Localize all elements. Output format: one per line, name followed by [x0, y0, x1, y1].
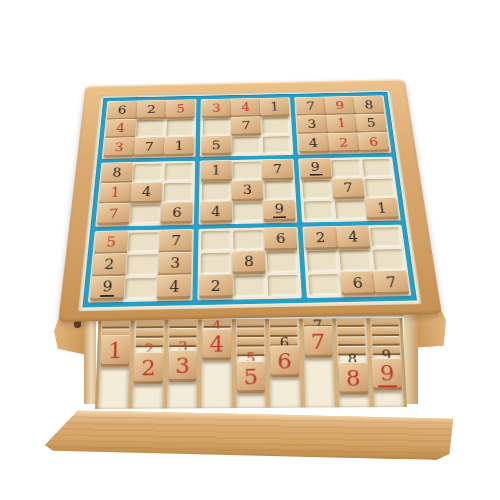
board-tile-6-r6c3[interactable]: 6	[161, 201, 193, 224]
cell-r4c6[interactable]: 7	[263, 161, 292, 179]
cell-r1c3[interactable]: 5	[167, 101, 194, 117]
tile-numeral: 7	[311, 331, 326, 353]
cell-r4c4[interactable]: 1	[202, 162, 230, 180]
stacked-tile-edge	[237, 338, 265, 347]
cell-r2c7[interactable]: 3	[298, 117, 326, 134]
cell-r6c8[interactable]	[335, 200, 366, 219]
cell-r4c1[interactable]: 8	[102, 164, 131, 182]
cell-r8c8[interactable]	[339, 250, 371, 271]
tile-numeral: 2	[339, 137, 349, 149]
cell-r1c4[interactable]: 3	[203, 101, 230, 117]
board-tile-3-r1c4[interactable]: 3	[202, 99, 231, 118]
cell-r4c2[interactable]	[133, 164, 162, 182]
tile-numeral: 6	[276, 232, 286, 246]
cell-r7c5[interactable]	[233, 230, 263, 250]
cell-r3c4[interactable]: 5	[202, 137, 230, 155]
cell-r9c6[interactable]	[267, 275, 299, 297]
tile-numeral: 6	[277, 350, 292, 372]
cell-r4c7[interactable]: 9	[301, 160, 330, 178]
drawer-front-panel[interactable]	[45, 410, 454, 460]
cell-r1c6[interactable]: 1	[261, 99, 288, 115]
sudoku-box-2: 34175	[200, 97, 294, 157]
cell-r8c7[interactable]	[307, 251, 339, 272]
drawer-slot-2: 22	[132, 320, 164, 409]
tile-numeral: 8	[244, 255, 254, 269]
stacked-tile-edge	[338, 337, 366, 346]
drawer-tray: 12233445566778899	[95, 318, 407, 409]
board-tile-6-r1c1[interactable]: 6	[107, 101, 137, 120]
tile-numeral: 3	[212, 103, 221, 114]
board-tile-7-r1c7[interactable]: 7	[296, 97, 326, 116]
cell-r6c3[interactable]: 6	[162, 204, 192, 223]
tile-numeral: 9	[335, 100, 345, 111]
tile-numeral: 5	[212, 139, 221, 151]
drawer-slot-9: 99	[370, 318, 404, 407]
board-tile-7-r4c6[interactable]: 7	[262, 159, 293, 180]
board-tile-3-r3c1[interactable]: 3	[103, 137, 134, 158]
drawer-tile-5[interactable]: 5	[237, 361, 266, 393]
tile-numeral: 7	[343, 182, 354, 195]
stacked-tile-edge	[102, 320, 130, 329]
board-tile-1-r4c4[interactable]: 1	[201, 160, 231, 181]
cell-r1c9[interactable]: 8	[355, 97, 384, 113]
cell-r3c9[interactable]: 6	[359, 134, 389, 151]
sudoku-box-8: 682	[197, 227, 302, 301]
tile-numeral: 7	[241, 120, 250, 131]
cell-r5c9[interactable]	[364, 179, 395, 198]
tile-numeral: 1	[376, 202, 387, 215]
tile-numeral: 3	[114, 141, 124, 153]
cell-r1c7[interactable]: 7	[297, 99, 325, 115]
sudoku-box-9: 2467	[302, 225, 411, 299]
board-tile-2-r7c7[interactable]: 2	[304, 226, 338, 250]
tile-numeral: 2	[147, 104, 156, 115]
stacked-tile-edge	[237, 319, 264, 328]
tile-numeral: 9	[100, 280, 115, 297]
drawer-slot-8: 88	[336, 318, 369, 407]
board-tile-2-r9c4[interactable]: 2	[199, 273, 232, 299]
drawer-slot-1: 1	[98, 320, 131, 409]
tile-numeral: 4	[141, 186, 151, 199]
cell-r4c3[interactable]	[164, 163, 193, 181]
tile-numeral: 1	[110, 187, 120, 200]
cell-r6c6[interactable]: 9	[265, 201, 295, 220]
stacked-tile-edge	[337, 318, 365, 327]
tile-numeral: 4	[241, 102, 250, 113]
sudoku-box-7: 572394	[88, 229, 194, 303]
tile-numeral: 4	[348, 230, 359, 244]
cell-r4c9[interactable]	[362, 159, 392, 177]
board-tile-6-r3c9[interactable]: 6	[358, 132, 390, 153]
drawer-tile-9[interactable]: 9	[372, 358, 402, 390]
board-tile-4-r6c4[interactable]: 4	[200, 201, 232, 224]
cell-r2c6[interactable]	[262, 117, 290, 134]
cell-r7c9[interactable]	[370, 227, 402, 247]
cell-r5c6[interactable]	[264, 181, 293, 200]
cell-r6c9[interactable]: 1	[366, 199, 397, 218]
sudoku-board: 6254371341757983154268147617349971572394…	[58, 79, 442, 322]
cell-r1c5[interactable]: 4	[232, 100, 259, 116]
cell-r3c6[interactable]	[262, 136, 290, 154]
cell-r2c5[interactable]: 7	[232, 118, 259, 135]
cell-r7c3[interactable]: 7	[161, 232, 191, 252]
tile-numeral: 9	[273, 203, 287, 219]
stacked-tile-edge	[372, 337, 400, 346]
tile-numeral: 4	[209, 333, 223, 355]
tile-numeral: 6	[117, 105, 127, 116]
cell-r4c8[interactable]	[331, 160, 361, 178]
board-tile-1-r3c3[interactable]: 1	[164, 136, 194, 157]
sudoku-box-4: 81476	[95, 161, 195, 227]
drawer-tile-2[interactable]: 2	[134, 352, 163, 384]
board-tile-7-r7c3[interactable]: 7	[160, 229, 193, 253]
tile-numeral: 4	[211, 205, 220, 218]
sudoku-box-1: 6254371	[102, 99, 197, 159]
cell-r5c5[interactable]: 3	[233, 182, 262, 201]
board-tile-2-r1c2[interactable]: 2	[136, 100, 166, 119]
board-tile-7-r6c1[interactable]: 7	[97, 203, 130, 226]
board-tile-4-r3c7[interactable]: 4	[298, 133, 329, 154]
cell-r7c8[interactable]: 4	[337, 228, 369, 248]
stacked-tile-edge	[371, 327, 399, 336]
cell-r3c3[interactable]: 1	[165, 138, 193, 156]
tile-numeral: 4	[169, 280, 179, 295]
cell-r9c8[interactable]: 6	[342, 273, 375, 295]
tile-numeral: 5	[366, 118, 376, 129]
cell-r7c2[interactable]	[128, 232, 159, 252]
drawer-slot-3: 33	[167, 319, 198, 408]
tile-numeral: 9	[309, 161, 323, 176]
tile-numeral: 3	[170, 257, 180, 271]
cell-r9c9[interactable]: 7	[375, 272, 408, 294]
drawer-tile-7[interactable]: 7	[304, 326, 333, 358]
cell-r9c5[interactable]	[234, 275, 265, 297]
board-tile-8-r8c5[interactable]: 8	[232, 250, 265, 275]
cell-r5c8[interactable]: 7	[333, 179, 363, 198]
board-tile-9-r1c8[interactable]: 9	[325, 96, 356, 115]
board-tile-2-r8c1[interactable]: 2	[92, 253, 126, 278]
cell-r3c5[interactable]	[233, 137, 261, 155]
cell-r5c1[interactable]: 1	[100, 184, 130, 203]
cell-r2c2[interactable]	[136, 120, 164, 137]
tile-numeral: 8	[346, 367, 361, 390]
cell-r6c7[interactable]	[304, 201, 334, 220]
cell-r7c4[interactable]	[201, 231, 231, 251]
cell-r9c7[interactable]	[308, 274, 340, 296]
board-tile-2-r3c8[interactable]: 2	[328, 132, 360, 153]
cell-r1c1[interactable]: 6	[108, 103, 136, 120]
stacked-tile-edge	[169, 319, 196, 328]
tile-numeral: 1	[270, 102, 279, 113]
tile-numeral: 6	[352, 276, 363, 291]
tile-numeral: 4	[116, 123, 126, 134]
board-tile-5-r7c1[interactable]: 5	[94, 231, 128, 255]
cell-r4c5[interactable]	[233, 162, 261, 180]
board-tile-7-r2c5[interactable]: 7	[231, 116, 261, 136]
tile-stack	[337, 318, 366, 356]
board-tile-9-r6c6[interactable]: 9	[263, 199, 295, 222]
tile-numeral: 6	[172, 206, 182, 219]
board-tile-1-r1c6[interactable]: 1	[260, 97, 290, 116]
tile-numeral: 7	[306, 101, 315, 112]
board-tile-4-r1c5[interactable]: 4	[231, 98, 260, 117]
board-tile-4-r2c1[interactable]: 4	[105, 119, 136, 139]
cell-r5c7[interactable]	[302, 180, 332, 199]
sudoku-product-photo: 12233445566778899 6254371341757983154268…	[0, 0, 500, 500]
board-tile-1-r2c8[interactable]: 1	[326, 114, 357, 134]
tile-numeral: 2	[141, 357, 156, 379]
tile-numeral: 5	[243, 366, 258, 389]
tile-numeral: 5	[176, 104, 185, 115]
sudoku-box-6: 971	[298, 157, 401, 223]
drawer-tile-1[interactable]: 1	[100, 335, 129, 367]
sudoku-box-5: 17349	[199, 159, 298, 225]
tile-numeral: 7	[144, 141, 154, 153]
cell-r3c7[interactable]: 4	[299, 135, 328, 152]
cell-r8c2[interactable]	[127, 254, 158, 275]
tile-numeral: 3	[175, 355, 190, 377]
cell-r7c6[interactable]: 6	[266, 229, 296, 249]
board-tile-4-r9c3[interactable]: 4	[157, 274, 191, 300]
drawer-front-top-edge	[78, 410, 453, 422]
tile-numeral: 2	[211, 279, 221, 294]
board-tile-9-r9c1[interactable]: 9	[90, 276, 125, 302]
board-tile-6-r7c6[interactable]: 6	[264, 227, 297, 251]
tile-numeral: 6	[368, 136, 378, 148]
stacked-tile-edge	[338, 328, 366, 337]
board-tile-5-r1c3[interactable]: 5	[166, 99, 195, 118]
board-surface: 6254371341757983154268147617349971572394…	[78, 89, 421, 311]
board-tile-8-r1c9[interactable]: 8	[354, 96, 385, 115]
tile-numeral: 1	[175, 140, 184, 152]
drawer-slot-5: 55	[236, 319, 267, 408]
cell-r8c6[interactable]	[266, 252, 297, 273]
tile-numeral: 1	[337, 118, 347, 129]
tile-numeral: 7	[171, 234, 181, 248]
cell-r1c2[interactable]: 2	[137, 102, 165, 118]
tile-numeral: 1	[108, 340, 123, 362]
cell-r3c8[interactable]: 2	[329, 134, 358, 151]
cell-r2c8[interactable]: 1	[327, 116, 356, 133]
cell-r8c3[interactable]: 3	[160, 254, 191, 275]
sudoku-box-3: 798315426	[294, 95, 391, 155]
tile-numeral: 7	[385, 275, 397, 290]
cell-r9c2[interactable]	[125, 277, 157, 299]
board-tile-7-r3c2[interactable]: 7	[134, 137, 165, 158]
cell-r8c1[interactable]: 2	[93, 255, 125, 276]
stacked-tile-edge	[237, 328, 264, 337]
board-tile-7-r9c9[interactable]: 7	[373, 270, 409, 295]
cell-r2c9[interactable]: 5	[357, 115, 386, 132]
tile-numeral: 5	[106, 236, 117, 250]
board-tile-5-r3c4[interactable]: 5	[201, 135, 231, 156]
tile-numeral: 1	[212, 165, 221, 177]
tile-numeral: 8	[364, 100, 374, 111]
tile-numeral: 4	[309, 137, 319, 149]
board-tile-4-r7c8[interactable]: 4	[336, 225, 370, 249]
board-tile-5-r2c9[interactable]: 5	[356, 113, 388, 133]
cell-r2c3[interactable]	[166, 119, 194, 136]
wooden-frame: 6254371341757983154268147617349971572394…	[58, 79, 442, 322]
board-tile-8-r4c1[interactable]: 8	[101, 162, 133, 183]
cell-r6c2[interactable]	[130, 204, 160, 223]
drawer-left-rail	[84, 314, 96, 404]
board-tile-6-r9c8[interactable]: 6	[340, 270, 376, 295]
board-tile-1-r6c9[interactable]: 1	[365, 197, 399, 220]
stacked-tile-edge	[169, 329, 197, 338]
tile-numeral: 7	[108, 207, 118, 220]
stacked-tile-edge	[371, 318, 399, 327]
cell-r6c1[interactable]: 7	[98, 205, 129, 224]
cell-r6c5[interactable]	[233, 202, 262, 221]
stacked-tile-edge	[136, 329, 164, 338]
board-tile-1-r5c1[interactable]: 1	[99, 182, 132, 204]
cell-r3c2[interactable]: 7	[135, 139, 163, 157]
cell-r5c3[interactable]	[163, 183, 192, 202]
tile-numeral: 7	[273, 163, 283, 175]
drawer-tile-8[interactable]: 8	[339, 362, 369, 394]
cell-r5c2[interactable]: 4	[132, 184, 162, 203]
board-tile-3-r5c5[interactable]: 3	[232, 179, 263, 201]
drawer-tile-4[interactable]: 4	[203, 329, 231, 361]
cell-r7c7[interactable]: 2	[305, 228, 336, 248]
tile-numeral: 2	[104, 258, 115, 272]
drawer-tile-6[interactable]: 6	[270, 345, 299, 377]
cell-r2c4[interactable]	[203, 119, 230, 136]
board-tile-3-r8c3[interactable]: 3	[158, 251, 191, 276]
drawer-slot-4: 44	[201, 319, 231, 408]
cell-r8c9[interactable]	[372, 249, 405, 270]
sudoku-grid: 6254371341757983154268147617349971572394…	[82, 92, 417, 308]
cell-r1c8[interactable]: 9	[326, 98, 354, 114]
cell-r8c4[interactable]	[201, 253, 231, 274]
stacked-tile-edge	[136, 320, 164, 329]
tile-numeral: 2	[315, 231, 326, 245]
cell-r8c5[interactable]: 8	[234, 252, 265, 273]
drawer-slot-6: 66	[269, 319, 301, 408]
tile-numeral: 3	[243, 184, 253, 197]
cell-r7c1[interactable]: 5	[95, 233, 126, 253]
cell-r3c1[interactable]: 3	[105, 139, 134, 157]
board-tile-9-r4c7[interactable]: 9	[300, 158, 332, 179]
board-tile-4-r5c2[interactable]: 4	[130, 181, 162, 203]
tile-numeral: 9	[377, 361, 397, 386]
drawer-tile-3[interactable]: 3	[168, 350, 197, 382]
cell-r9c4[interactable]: 2	[200, 276, 231, 298]
tile-numeral: 3	[307, 119, 317, 130]
cell-r5c4[interactable]	[202, 182, 231, 201]
cell-r9c1[interactable]: 9	[91, 278, 123, 300]
tile-numeral: 8	[112, 167, 122, 179]
cell-r9c3[interactable]: 4	[159, 277, 190, 299]
cell-r6c4[interactable]: 4	[201, 203, 230, 222]
cell-r2c1[interactable]: 4	[106, 121, 134, 138]
board-tile-3-r2c7[interactable]: 3	[297, 115, 328, 135]
drawer-slot-7: 77	[303, 318, 335, 407]
board-tile-7-r5c8[interactable]: 7	[332, 177, 365, 199]
stacked-tile-edge	[270, 319, 297, 328]
